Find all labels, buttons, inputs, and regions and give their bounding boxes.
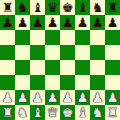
square-h6[interactable] [105, 30, 120, 45]
piece-white-pawn[interactable]: ♟ [47, 90, 59, 105]
square-d3[interactable] [45, 75, 60, 90]
piece-white-pawn[interactable]: ♟ [17, 90, 29, 105]
square-b6[interactable] [15, 30, 30, 45]
square-h4[interactable] [105, 60, 120, 75]
square-d4[interactable] [45, 60, 60, 75]
piece-black-rook[interactable]: ♜ [2, 0, 14, 15]
square-g7[interactable]: ♟ [90, 15, 105, 30]
square-a8[interactable]: ♜ [0, 0, 15, 15]
square-c3[interactable] [30, 75, 45, 90]
square-d5[interactable] [45, 45, 60, 60]
piece-black-pawn[interactable]: ♟ [92, 15, 104, 30]
piece-white-knight[interactable]: ♞ [92, 105, 104, 120]
square-g8[interactable]: ♞ [90, 0, 105, 15]
piece-black-queen[interactable]: ♛ [47, 0, 59, 15]
piece-black-pawn[interactable]: ♟ [32, 15, 44, 30]
square-g3[interactable] [90, 75, 105, 90]
piece-white-bishop[interactable]: ♝ [32, 105, 44, 120]
piece-white-pawn[interactable]: ♟ [92, 90, 104, 105]
square-e3[interactable] [60, 75, 75, 90]
square-g5[interactable] [90, 45, 105, 60]
square-a2[interactable]: ♟ [0, 90, 15, 105]
square-b1[interactable]: ♞ [15, 105, 30, 120]
square-b4[interactable] [15, 60, 30, 75]
piece-white-pawn[interactable]: ♟ [2, 90, 14, 105]
square-g1[interactable]: ♞ [90, 105, 105, 120]
square-g2[interactable]: ♟ [90, 90, 105, 105]
square-b3[interactable] [15, 75, 30, 90]
piece-black-bishop[interactable]: ♝ [32, 0, 44, 15]
piece-white-queen[interactable]: ♛ [47, 105, 59, 120]
square-a1[interactable]: ♜ [0, 105, 15, 120]
piece-black-king[interactable]: ♚ [62, 0, 74, 15]
piece-black-rook[interactable]: ♜ [107, 0, 119, 15]
square-b7[interactable]: ♟ [15, 15, 30, 30]
square-c1[interactable]: ♝ [30, 105, 45, 120]
square-d2[interactable]: ♟ [45, 90, 60, 105]
square-c5[interactable] [30, 45, 45, 60]
piece-white-pawn[interactable]: ♟ [107, 90, 119, 105]
square-e1[interactable]: ♚ [60, 105, 75, 120]
piece-white-rook[interactable]: ♜ [107, 105, 119, 120]
square-d6[interactable] [45, 30, 60, 45]
square-c7[interactable]: ♟ [30, 15, 45, 30]
square-h8[interactable]: ♜ [105, 0, 120, 15]
square-b8[interactable]: ♞ [15, 0, 30, 15]
square-f1[interactable]: ♝ [75, 105, 90, 120]
square-g6[interactable] [90, 30, 105, 45]
square-a7[interactable]: ♟ [0, 15, 15, 30]
square-f7[interactable]: ♟ [75, 15, 90, 30]
square-b5[interactable] [15, 45, 30, 60]
piece-white-bishop[interactable]: ♝ [77, 105, 89, 120]
square-h2[interactable]: ♟ [105, 90, 120, 105]
square-e6[interactable] [60, 30, 75, 45]
square-h7[interactable]: ♟ [105, 15, 120, 30]
square-h5[interactable] [105, 45, 120, 60]
square-h1[interactable]: ♜ [105, 105, 120, 120]
piece-white-pawn[interactable]: ♟ [32, 90, 44, 105]
piece-black-knight[interactable]: ♞ [17, 0, 29, 15]
square-f5[interactable] [75, 45, 90, 60]
square-e5[interactable] [60, 45, 75, 60]
piece-white-pawn[interactable]: ♟ [62, 90, 74, 105]
square-h3[interactable] [105, 75, 120, 90]
square-e8[interactable]: ♚ [60, 0, 75, 15]
square-c2[interactable]: ♟ [30, 90, 45, 105]
piece-black-pawn[interactable]: ♟ [77, 15, 89, 30]
square-e7[interactable]: ♟ [60, 15, 75, 30]
square-d1[interactable]: ♛ [45, 105, 60, 120]
square-e4[interactable] [60, 60, 75, 75]
square-f6[interactable] [75, 30, 90, 45]
piece-white-rook[interactable]: ♜ [2, 105, 14, 120]
piece-white-knight[interactable]: ♞ [17, 105, 29, 120]
square-d8[interactable]: ♛ [45, 0, 60, 15]
square-e2[interactable]: ♟ [60, 90, 75, 105]
piece-black-pawn[interactable]: ♟ [17, 15, 29, 30]
piece-black-bishop[interactable]: ♝ [77, 0, 89, 15]
piece-black-pawn[interactable]: ♟ [2, 15, 14, 30]
square-f3[interactable] [75, 75, 90, 90]
piece-white-king[interactable]: ♚ [62, 105, 74, 120]
square-a6[interactable] [0, 30, 15, 45]
square-d7[interactable]: ♟ [45, 15, 60, 30]
square-c4[interactable] [30, 60, 45, 75]
piece-black-pawn[interactable]: ♟ [47, 15, 59, 30]
piece-black-pawn[interactable]: ♟ [62, 15, 74, 30]
square-a5[interactable] [0, 45, 15, 60]
piece-black-knight[interactable]: ♞ [92, 0, 104, 15]
piece-white-pawn[interactable]: ♟ [77, 90, 89, 105]
piece-black-pawn[interactable]: ♟ [107, 15, 119, 30]
square-g4[interactable] [90, 60, 105, 75]
square-f8[interactable]: ♝ [75, 0, 90, 15]
square-f4[interactable] [75, 60, 90, 75]
square-f2[interactable]: ♟ [75, 90, 90, 105]
square-a4[interactable] [0, 60, 15, 75]
square-c6[interactable] [30, 30, 45, 45]
square-b2[interactable]: ♟ [15, 90, 30, 105]
square-a3[interactable] [0, 75, 15, 90]
square-c8[interactable]: ♝ [30, 0, 45, 15]
chess-board: ♜♞♝♛♚♝♞♜♟♟♟♟♟♟♟♟♟♟♟♟♟♟♟♟♜♞♝♛♚♝♞♜ [0, 0, 120, 120]
